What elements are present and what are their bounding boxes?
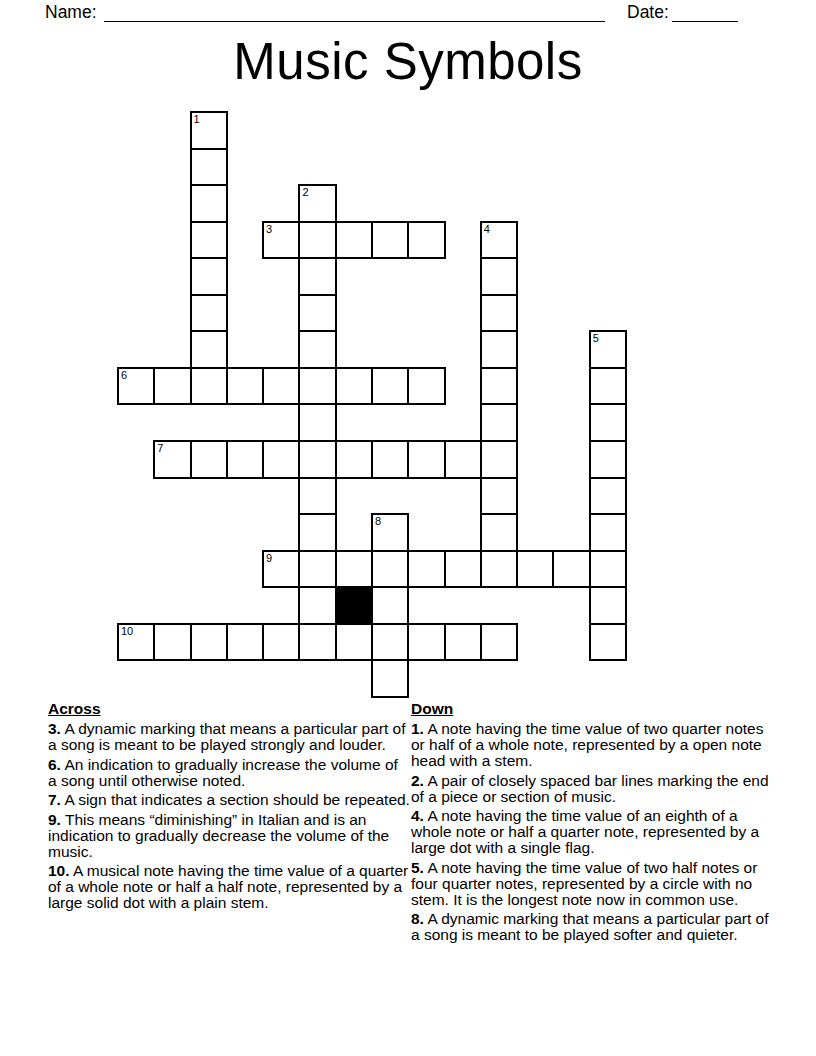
grid-cell-r9c8[interactable] bbox=[407, 440, 445, 479]
grid-cell-r7c1[interactable] bbox=[153, 367, 191, 406]
cell-number-2: 2 bbox=[302, 186, 308, 198]
clue-text: A dynamic marking that means a particula… bbox=[411, 910, 769, 943]
grid-cell-r14c1[interactable] bbox=[153, 623, 191, 662]
grid-cell-r8c13[interactable] bbox=[589, 403, 627, 442]
grid-cell-r6c13[interactable]: 5 bbox=[589, 330, 627, 369]
grid-cell-r14c13[interactable] bbox=[589, 623, 627, 662]
grid-cell-r7c13[interactable] bbox=[589, 367, 627, 406]
grid-cell-r10c5[interactable] bbox=[298, 477, 336, 516]
grid-cell-r5c5[interactable] bbox=[298, 294, 336, 333]
grid-cell-r11c5[interactable] bbox=[298, 513, 336, 552]
clue-text: A dynamic marking that means a particula… bbox=[48, 720, 406, 753]
grid-cell-r14c10[interactable] bbox=[480, 623, 518, 662]
grid-cell-r11c13[interactable] bbox=[589, 513, 627, 552]
grid-cell-r8c10[interactable] bbox=[480, 403, 518, 442]
grid-cell-r13c7[interactable] bbox=[371, 586, 409, 625]
grid-cell-r9c9[interactable] bbox=[444, 440, 482, 479]
grid-cell-r14c0[interactable]: 10 bbox=[117, 623, 155, 662]
page-title: Music Symbols bbox=[0, 34, 816, 90]
grid-cell-r14c2[interactable] bbox=[190, 623, 228, 662]
grid-cell-r15c7[interactable] bbox=[371, 659, 409, 698]
grid-cell-r7c10[interactable] bbox=[480, 367, 518, 406]
cell-number-3: 3 bbox=[266, 223, 272, 235]
date-label: Date: bbox=[627, 2, 669, 22]
clue-text: A note having the time value of two quar… bbox=[411, 720, 763, 769]
clue-across-3: 3. A dynamic marking that means a partic… bbox=[48, 721, 410, 753]
down-clues-column: Down 1. A note having the time value of … bbox=[411, 701, 776, 947]
clue-number: 6. bbox=[48, 756, 61, 773]
grid-cell-r14c5[interactable] bbox=[298, 623, 336, 662]
clue-down-2: 2. A pair of closely spaced bar lines ma… bbox=[411, 773, 776, 805]
clue-number: 5. bbox=[411, 859, 424, 876]
grid-cell-r12c10[interactable] bbox=[480, 550, 518, 589]
grid-cell-r3c6[interactable] bbox=[335, 221, 373, 260]
grid-cell-r3c4[interactable]: 3 bbox=[262, 221, 300, 260]
grid-cell-r4c10[interactable] bbox=[480, 257, 518, 296]
clue-down-4: 4. A note having the time value of an ei… bbox=[411, 808, 776, 856]
grid-cell-r3c8[interactable] bbox=[407, 221, 445, 260]
grid-cell-r9c10[interactable] bbox=[480, 440, 518, 479]
crossword-grid: 12345678910 bbox=[117, 111, 629, 700]
grid-cell-r3c10[interactable]: 4 bbox=[480, 221, 518, 260]
grid-cell-r14c6[interactable] bbox=[335, 623, 373, 662]
grid-cell-r9c13[interactable] bbox=[589, 440, 627, 479]
grid-cell-r12c4[interactable]: 9 bbox=[262, 550, 300, 589]
cell-number-6: 6 bbox=[121, 369, 127, 381]
grid-cell-r9c1[interactable]: 7 bbox=[153, 440, 191, 479]
clue-across-9: 9. This means “diminishing” in Italian a… bbox=[48, 812, 410, 860]
clue-number: 2. bbox=[411, 772, 424, 789]
clue-number: 4. bbox=[411, 807, 424, 824]
grid-cell-r7c6[interactable] bbox=[335, 367, 373, 406]
grid-cell-r9c6[interactable] bbox=[335, 440, 373, 479]
across-clue-list: 3. A dynamic marking that means a partic… bbox=[48, 721, 410, 911]
date-blank-line[interactable] bbox=[672, 2, 738, 22]
grid-cell-r3c5[interactable] bbox=[298, 221, 336, 260]
clue-number: 7. bbox=[48, 791, 61, 808]
grid-cell-r14c7[interactable] bbox=[371, 623, 409, 662]
cell-number-7: 7 bbox=[157, 442, 163, 454]
grid-cell-r6c2[interactable] bbox=[190, 330, 228, 369]
grid-cell-r7c5[interactable] bbox=[298, 367, 336, 406]
clue-text: A note having the time value of an eight… bbox=[411, 807, 759, 856]
grid-cell-r8c5[interactable] bbox=[298, 403, 336, 442]
grid-cell-r7c2[interactable] bbox=[190, 367, 228, 406]
grid-cell-r14c3[interactable] bbox=[226, 623, 264, 662]
clue-number: 1. bbox=[411, 720, 424, 737]
worksheet-page: Name: Date: Music Symbols 12345678910 Ac… bbox=[0, 0, 816, 1056]
clue-down-5: 5. A note having the time value of two h… bbox=[411, 860, 776, 908]
cell-number-5: 5 bbox=[593, 332, 599, 344]
clue-across-7: 7. A sign that indicates a section shoul… bbox=[48, 792, 410, 808]
cell-number-9: 9 bbox=[266, 552, 272, 564]
clue-text: A note having the time value of two half… bbox=[411, 859, 757, 908]
clue-text: This means “diminishing” in Italian and … bbox=[48, 811, 389, 860]
grid-cell-r10c13[interactable] bbox=[589, 477, 627, 516]
clue-down-1: 1. A note having the time value of two q… bbox=[411, 721, 776, 769]
grid-cell-r12c8[interactable] bbox=[407, 550, 445, 589]
grid-cell-r5c10[interactable] bbox=[480, 294, 518, 333]
grid-cell-r7c8[interactable] bbox=[407, 367, 445, 406]
grid-cell-r6c10[interactable] bbox=[480, 330, 518, 369]
grid-cell-r7c0[interactable]: 6 bbox=[117, 367, 155, 406]
cell-number-8: 8 bbox=[375, 515, 381, 527]
down-heading: Down bbox=[411, 701, 776, 717]
clue-across-10: 10. A musical note having the time value… bbox=[48, 863, 410, 911]
grid-cell-r12c5[interactable] bbox=[298, 550, 336, 589]
grid-cell-r2c5[interactable]: 2 bbox=[298, 184, 336, 223]
grid-cell-r7c4[interactable] bbox=[262, 367, 300, 406]
grid-cell-r6c5[interactable] bbox=[298, 330, 336, 369]
clue-text: A musical note having the time value of … bbox=[48, 862, 408, 911]
grid-cell-r9c5[interactable] bbox=[298, 440, 336, 479]
grid-cell-r5c2[interactable] bbox=[190, 294, 228, 333]
clue-down-8: 8. A dynamic marking that means a partic… bbox=[411, 911, 776, 943]
clue-text: An indication to gradually increase the … bbox=[48, 756, 398, 789]
across-heading: Across bbox=[48, 701, 410, 717]
clue-number: 10. bbox=[48, 862, 70, 879]
clue-number: 9. bbox=[48, 811, 61, 828]
cell-number-4: 4 bbox=[484, 223, 490, 235]
clue-text: A pair of closely spaced bar lines marki… bbox=[411, 772, 769, 805]
grid-cell-r11c7[interactable]: 8 bbox=[371, 513, 409, 552]
cell-number-10: 10 bbox=[121, 625, 133, 637]
grid-cell-r12c11[interactable] bbox=[516, 550, 554, 589]
clue-number: 3. bbox=[48, 720, 61, 737]
grid-cell-r7c7[interactable] bbox=[371, 367, 409, 406]
grid-cell-r14c9[interactable] bbox=[444, 623, 482, 662]
grid-cell-r12c7[interactable] bbox=[371, 550, 409, 589]
clue-number: 8. bbox=[411, 910, 424, 927]
name-label: Name: bbox=[45, 2, 97, 22]
grid-cell-r9c2[interactable] bbox=[190, 440, 228, 479]
grid-cell-r10c10[interactable] bbox=[480, 477, 518, 516]
grid-cell-r13c13[interactable] bbox=[589, 586, 627, 625]
down-clue-list: 1. A note having the time value of two q… bbox=[411, 721, 776, 943]
grid-cell-r3c2[interactable] bbox=[190, 221, 228, 260]
clue-across-6: 6. An indication to gradually increase t… bbox=[48, 757, 410, 789]
grid-cell-r1c2[interactable] bbox=[190, 148, 228, 187]
grid-cell-r14c8[interactable] bbox=[407, 623, 445, 662]
grid-cell-r12c6[interactable] bbox=[335, 550, 373, 589]
grid-cell-r7c3[interactable] bbox=[226, 367, 264, 406]
grid-cell-r9c4[interactable] bbox=[262, 440, 300, 479]
grid-cell-r4c2[interactable] bbox=[190, 257, 228, 296]
grid-cell-r0c2[interactable]: 1 bbox=[190, 111, 228, 150]
across-clues-column: Across 3. A dynamic marking that means a… bbox=[48, 701, 410, 915]
grid-cell-r9c7[interactable] bbox=[371, 440, 409, 479]
grid-cell-r12c9[interactable] bbox=[444, 550, 482, 589]
grid-cell-r4c5[interactable] bbox=[298, 257, 336, 296]
name-blank-line[interactable] bbox=[104, 2, 605, 22]
grid-cell-r12c13[interactable] bbox=[589, 550, 627, 589]
cell-number-1: 1 bbox=[194, 113, 200, 125]
grid-cell-r13c5[interactable] bbox=[298, 586, 336, 625]
grid-cell-r2c2[interactable] bbox=[190, 184, 228, 223]
grid-cell-r9c3[interactable] bbox=[226, 440, 264, 479]
clue-text: A sign that indicates a section should b… bbox=[61, 791, 410, 808]
grid-cell-r3c7[interactable] bbox=[371, 221, 409, 260]
black-cell-r13c6 bbox=[335, 586, 373, 625]
grid-cell-r12c12[interactable] bbox=[552, 550, 590, 589]
grid-cell-r14c4[interactable] bbox=[262, 623, 300, 662]
grid-cell-r11c10[interactable] bbox=[480, 513, 518, 552]
